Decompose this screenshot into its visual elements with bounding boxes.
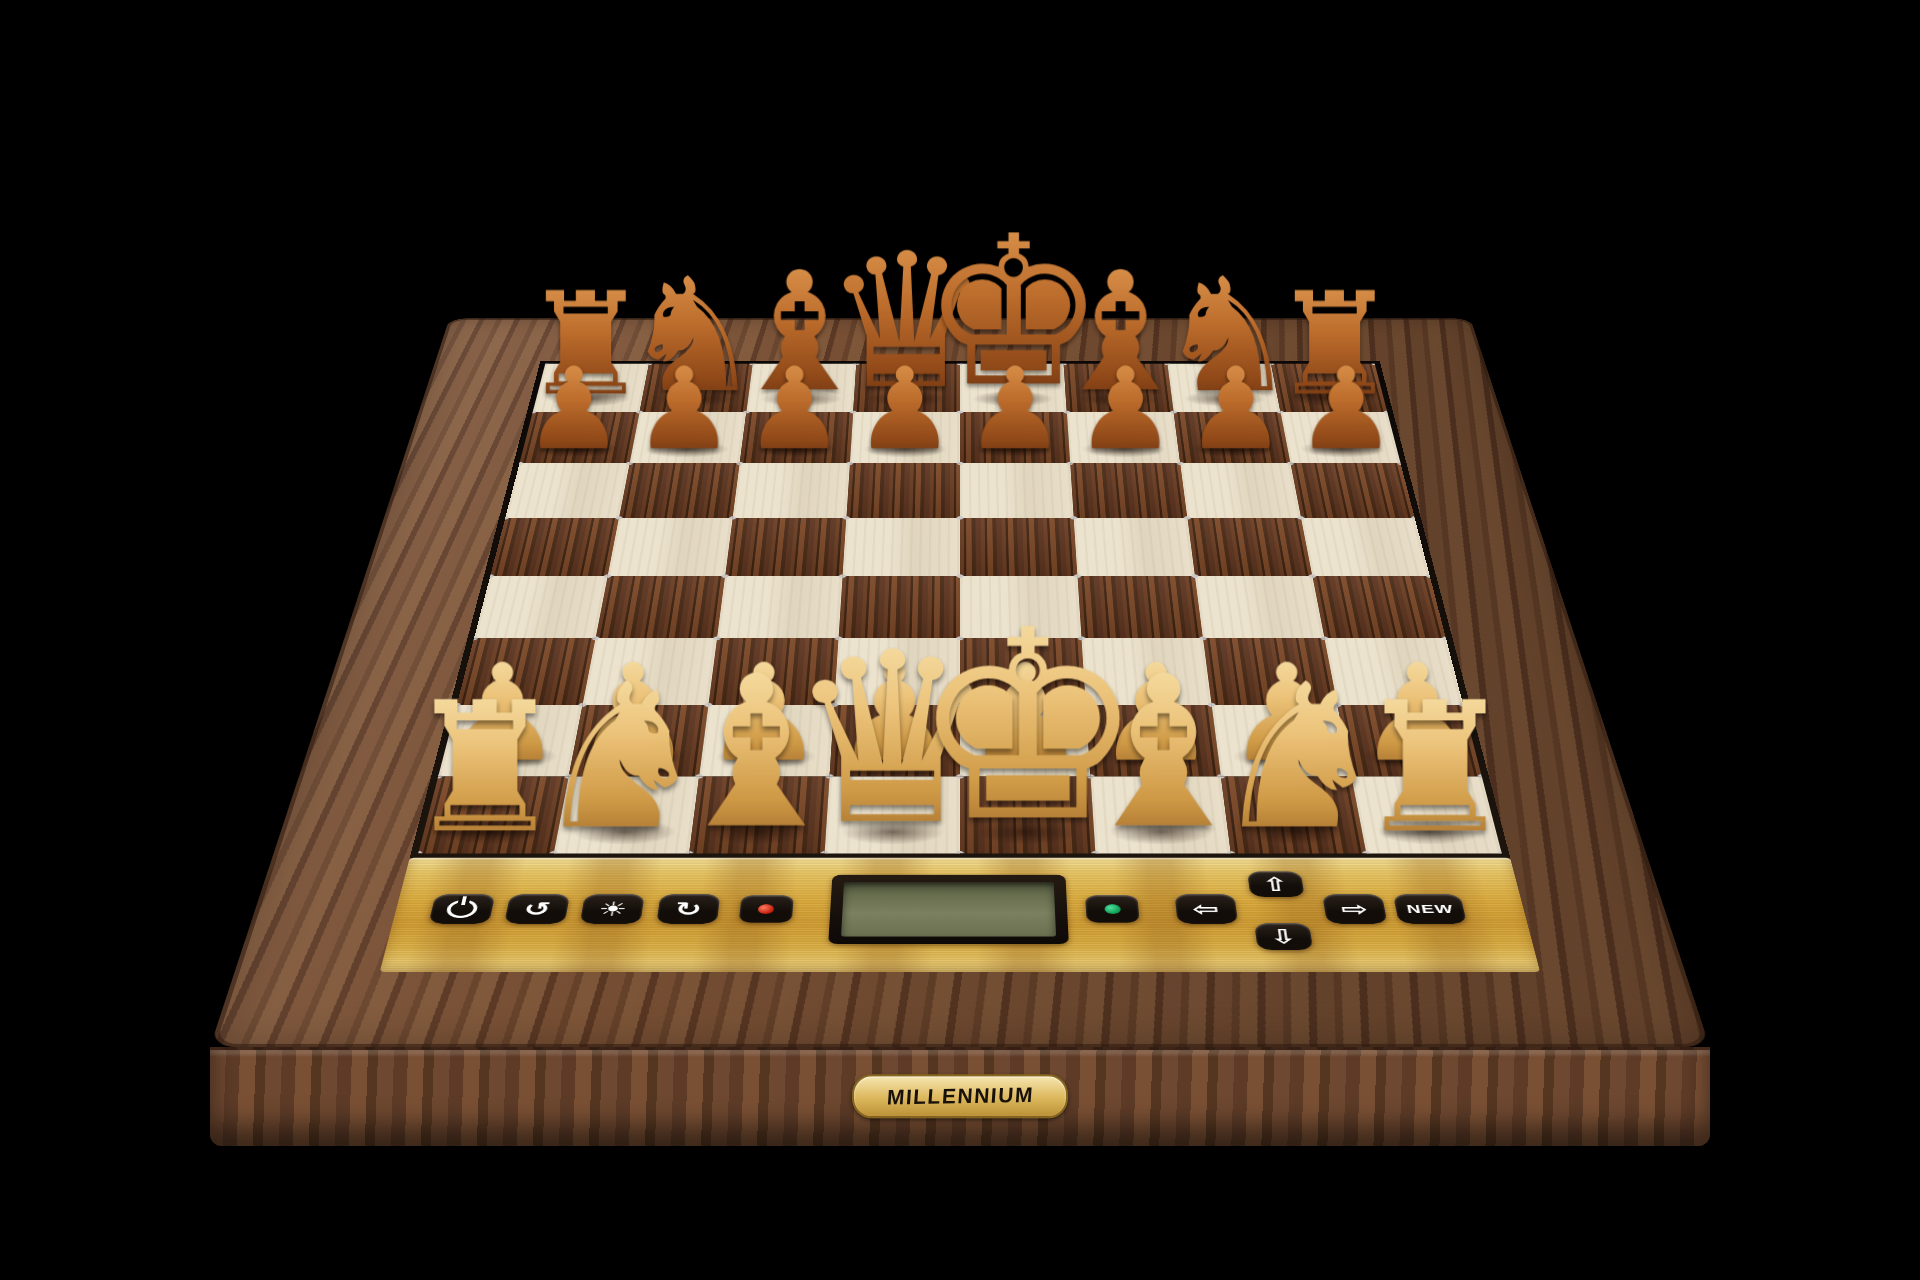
square-d5[interactable] [843, 518, 960, 576]
square-d7[interactable]: ♟ [850, 412, 960, 463]
chessboard-grid: ♜♞♝♛♚♝♞♜♟♟♟♟♟♟♟♟♟♟♟♟♟♟♟♟♜♞♝♛♚♝♞♜ [418, 364, 1502, 854]
square-g7[interactable]: ♟ [1174, 412, 1291, 463]
square-h5[interactable] [1301, 518, 1430, 576]
square-c7[interactable]: ♟ [740, 412, 853, 463]
square-b5[interactable] [608, 518, 733, 576]
down-arrow-icon: ⇩ [1268, 925, 1299, 948]
square-b7[interactable]: ♟ [630, 412, 747, 463]
square-g6[interactable] [1180, 463, 1301, 518]
black-pawn-e7[interactable]: ♟ [964, 353, 1066, 466]
square-b6[interactable] [619, 463, 740, 518]
forward-button[interactable]: ↻ [656, 894, 720, 924]
square-h7[interactable]: ♟ [1280, 412, 1400, 463]
left-arrow-icon: ⇦ [1191, 898, 1220, 921]
green-dot-icon [1104, 904, 1121, 914]
black-pawn-b7[interactable]: ♟ [633, 353, 735, 466]
undo-arrow-icon: ↺ [522, 898, 553, 921]
square-h1[interactable]: ♜ [1351, 776, 1501, 853]
square-a4[interactable] [474, 576, 608, 638]
white-rook-h1[interactable]: ♜ [1354, 678, 1515, 858]
right-button[interactable]: ⇨ [1322, 894, 1388, 924]
square-a5[interactable] [490, 518, 619, 576]
playing-area-trim: ♜♞♝♛♚♝♞♜♟♟♟♟♟♟♟♟♟♟♟♟♟♟♟♟♜♞♝♛♚♝♞♜ [410, 361, 1510, 857]
takeback-button[interactable]: ↺ [504, 894, 570, 924]
brand-label: MILLENNIUM [886, 1083, 1035, 1110]
square-h4[interactable] [1312, 576, 1446, 638]
red-dot-icon [758, 904, 775, 914]
power-icon [444, 900, 478, 918]
up-arrow-icon: ⇧ [1261, 873, 1291, 895]
square-e7[interactable]: ♟ [960, 412, 1070, 463]
black-pawn-a7[interactable]: ♟ [523, 353, 625, 466]
square-g4[interactable] [1195, 576, 1325, 638]
square-e5[interactable] [960, 518, 1077, 576]
black-pawn-f7[interactable]: ♟ [1075, 353, 1177, 466]
square-f5[interactable] [1074, 518, 1195, 576]
square-d6[interactable] [846, 463, 960, 518]
power-button[interactable] [428, 894, 495, 924]
black-pawn-c7[interactable]: ♟ [744, 353, 846, 466]
hint-button[interactable]: ☀ [580, 894, 645, 924]
brand-plaque: MILLENNIUM [852, 1074, 1068, 1118]
square-g5[interactable] [1187, 518, 1312, 576]
right-arrow-icon: ⇨ [1339, 898, 1370, 921]
down-button[interactable]: ⇩ [1254, 923, 1313, 950]
green-led-button[interactable] [1085, 895, 1140, 922]
square-c6[interactable] [733, 463, 850, 518]
left-button[interactable]: ⇦ [1174, 894, 1238, 924]
chess-computer-board: ♜♞♝♛♚♝♞♜♟♟♟♟♟♟♟♟♟♟♟♟♟♟♟♟♜♞♝♛♚♝♞♜ ↺ ☀ ↻ ⇦ [210, 318, 1710, 1047]
lcd-display [828, 875, 1069, 944]
square-c5[interactable] [725, 518, 846, 576]
sun-icon: ☀ [597, 898, 629, 921]
black-pawn-d7[interactable]: ♟ [854, 353, 956, 466]
square-h6[interactable] [1290, 463, 1414, 518]
square-f6[interactable] [1070, 463, 1187, 518]
black-pawn-g7[interactable]: ♟ [1185, 353, 1287, 466]
square-a6[interactable] [505, 463, 629, 518]
square-b4[interactable] [596, 576, 726, 638]
square-g1[interactable]: ♞ [1221, 776, 1366, 853]
redo-arrow-icon: ↻ [673, 898, 703, 921]
red-led-button[interactable] [738, 895, 793, 922]
lcd-screen [841, 882, 1056, 937]
square-a7[interactable]: ♟ [519, 412, 639, 463]
square-f7[interactable]: ♟ [1067, 412, 1180, 463]
cabinet-front-face: MILLENNIUM [210, 1047, 1710, 1146]
new-button[interactable]: NEW [1393, 894, 1467, 924]
black-pawn-h7[interactable]: ♟ [1295, 353, 1397, 466]
square-e6[interactable] [960, 463, 1074, 518]
photo-stage: ♜♞♝♛♚♝♞♜♟♟♟♟♟♟♟♟♟♟♟♟♟♟♟♟♜♞♝♛♚♝♞♜ ↺ ☀ ↻ ⇦ [0, 0, 1920, 1280]
up-button[interactable]: ⇧ [1247, 871, 1305, 897]
